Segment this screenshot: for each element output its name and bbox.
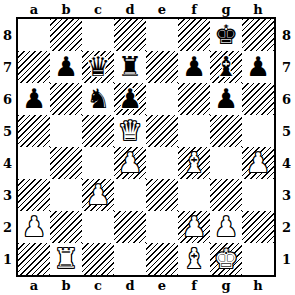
piece-black-knight[interactable]: ♞ [86, 83, 110, 115]
piece-white-king[interactable]: ♚ [214, 243, 238, 275]
square-c6[interactable]: ♞ [82, 83, 114, 115]
square-a2[interactable]: ♟ [18, 211, 50, 243]
square-e7[interactable] [146, 51, 178, 83]
piece-black-pawn[interactable]: ♟ [182, 51, 206, 83]
square-c8[interactable] [82, 19, 114, 51]
piece-black-queen[interactable]: ♛ [86, 51, 110, 83]
piece-white-pawn[interactable]: ♟ [182, 211, 206, 243]
square-f7[interactable]: ♟ [178, 51, 210, 83]
square-h3[interactable] [242, 179, 274, 211]
piece-white-queen[interactable]: ♛ [118, 115, 142, 147]
square-c1[interactable] [82, 243, 114, 275]
square-e5[interactable] [146, 115, 178, 147]
square-h2[interactable] [242, 211, 274, 243]
rank-label-5: 5 [0, 115, 15, 147]
file-label-h: h [242, 277, 274, 293]
file-label-f: f [178, 277, 210, 293]
square-c4[interactable] [82, 147, 114, 179]
rank-label-3: 3 [0, 179, 15, 211]
square-f5[interactable] [178, 115, 210, 147]
file-label-c: c [82, 1, 114, 17]
square-h7[interactable]: ♟ [242, 51, 274, 83]
square-a4[interactable] [18, 147, 50, 179]
file-label-h: h [242, 1, 274, 17]
piece-black-king[interactable]: ♚ [214, 19, 238, 51]
piece-white-pawn[interactable]: ♟ [86, 179, 110, 211]
chess-diagram: abcdefgh 87654321 87654321 ♚♟♛♜♟♝♟♟♞♟♟♛♟… [0, 0, 295, 295]
piece-black-pawn[interactable]: ♟ [22, 83, 46, 115]
square-b5[interactable] [50, 115, 82, 147]
piece-white-pawn[interactable]: ♟ [246, 147, 270, 179]
square-g7[interactable]: ♝ [210, 51, 242, 83]
square-c2[interactable] [82, 211, 114, 243]
rank-label-7: 7 [279, 51, 294, 83]
piece-white-pawn[interactable]: ♟ [22, 211, 46, 243]
rank-label-5: 5 [279, 115, 294, 147]
square-g3[interactable] [210, 179, 242, 211]
rank-label-3: 3 [279, 179, 294, 211]
rank-label-6: 6 [0, 83, 15, 115]
square-d8[interactable] [114, 19, 146, 51]
piece-black-pawn[interactable]: ♟ [118, 83, 142, 115]
rank-label-6: 6 [279, 83, 294, 115]
square-e2[interactable] [146, 211, 178, 243]
square-d4[interactable]: ♟ [114, 147, 146, 179]
square-g2[interactable]: ♟ [210, 211, 242, 243]
rank-label-7: 7 [0, 51, 15, 83]
rank-labels-left: 87654321 [0, 19, 15, 275]
rank-label-8: 8 [279, 19, 294, 51]
file-labels-top: abcdefgh [18, 1, 274, 17]
file-label-c: c [82, 277, 114, 293]
file-label-d: d [114, 1, 146, 17]
square-d2[interactable] [114, 211, 146, 243]
square-e8[interactable] [146, 19, 178, 51]
square-b6[interactable] [50, 83, 82, 115]
file-label-e: e [146, 277, 178, 293]
square-d1[interactable] [114, 243, 146, 275]
piece-white-bishop[interactable]: ♝ [182, 243, 206, 275]
square-b1[interactable]: ♜ [50, 243, 82, 275]
piece-black-bishop[interactable]: ♝ [214, 51, 238, 83]
square-f6[interactable] [178, 83, 210, 115]
square-g4[interactable] [210, 147, 242, 179]
piece-black-rook[interactable]: ♜ [118, 51, 142, 83]
square-c3[interactable]: ♟ [82, 179, 114, 211]
file-label-b: b [50, 277, 82, 293]
file-label-g: g [210, 277, 242, 293]
square-a3[interactable] [18, 179, 50, 211]
square-h5[interactable] [242, 115, 274, 147]
square-b2[interactable] [50, 211, 82, 243]
file-label-e: e [146, 1, 178, 17]
square-f4[interactable]: ♝ [178, 147, 210, 179]
square-b3[interactable] [50, 179, 82, 211]
file-label-f: f [178, 1, 210, 17]
piece-white-bishop[interactable]: ♝ [182, 147, 206, 179]
square-d6[interactable]: ♟ [114, 83, 146, 115]
rank-labels-right: 87654321 [279, 19, 294, 275]
square-f1[interactable]: ♝ [178, 243, 210, 275]
piece-white-rook[interactable]: ♜ [54, 243, 78, 275]
rank-label-2: 2 [279, 211, 294, 243]
rank-label-1: 1 [0, 243, 15, 275]
board: ♚♟♛♜♟♝♟♟♞♟♟♛♟♝♟♟♟♟♟♜♝♚ [16, 17, 276, 277]
square-a5[interactable] [18, 115, 50, 147]
square-e6[interactable] [146, 83, 178, 115]
square-f3[interactable] [178, 179, 210, 211]
file-label-b: b [50, 1, 82, 17]
square-a8[interactable] [18, 19, 50, 51]
square-b4[interactable] [50, 147, 82, 179]
square-d3[interactable] [114, 179, 146, 211]
square-g5[interactable] [210, 115, 242, 147]
piece-black-pawn[interactable]: ♟ [246, 51, 270, 83]
square-h8[interactable] [242, 19, 274, 51]
square-c7[interactable]: ♛ [82, 51, 114, 83]
piece-white-pawn[interactable]: ♟ [118, 147, 142, 179]
rank-label-4: 4 [279, 147, 294, 179]
square-h4[interactable]: ♟ [242, 147, 274, 179]
rank-label-8: 8 [0, 19, 15, 51]
square-h1[interactable] [242, 243, 274, 275]
rank-label-2: 2 [0, 211, 15, 243]
square-d7[interactable]: ♜ [114, 51, 146, 83]
square-g6[interactable]: ♟ [210, 83, 242, 115]
square-e3[interactable] [146, 179, 178, 211]
square-h6[interactable] [242, 83, 274, 115]
square-a7[interactable] [18, 51, 50, 83]
square-e1[interactable] [146, 243, 178, 275]
square-f8[interactable] [178, 19, 210, 51]
file-label-d: d [114, 277, 146, 293]
square-e4[interactable] [146, 147, 178, 179]
square-g1[interactable]: ♚ [210, 243, 242, 275]
square-a1[interactable] [18, 243, 50, 275]
rank-label-1: 1 [279, 243, 294, 275]
file-label-a: a [18, 1, 50, 17]
square-d5[interactable]: ♛ [114, 115, 146, 147]
square-f2[interactable]: ♟ [178, 211, 210, 243]
square-g8[interactable]: ♚ [210, 19, 242, 51]
file-labels-bottom: abcdefgh [18, 277, 274, 293]
piece-white-pawn[interactable]: ♟ [214, 211, 238, 243]
rank-label-4: 4 [0, 147, 15, 179]
square-b7[interactable]: ♟ [50, 51, 82, 83]
file-label-a: a [18, 277, 50, 293]
square-a6[interactable]: ♟ [18, 83, 50, 115]
piece-black-pawn[interactable]: ♟ [214, 83, 238, 115]
square-c5[interactable] [82, 115, 114, 147]
square-b8[interactable] [50, 19, 82, 51]
piece-black-pawn[interactable]: ♟ [54, 51, 78, 83]
file-label-g: g [210, 1, 242, 17]
